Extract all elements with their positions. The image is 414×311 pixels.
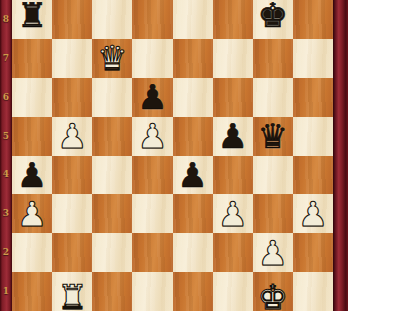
- square-g3[interactable]: [253, 194, 293, 233]
- piece-black-pawn-a4[interactable]: ♟: [17, 156, 47, 194]
- square-f4[interactable]: [213, 156, 253, 195]
- piece-white-rook-b1[interactable]: ♜: [57, 278, 87, 311]
- square-a5[interactable]: [12, 117, 52, 156]
- rank-label-6: 6: [0, 78, 12, 117]
- square-b7[interactable]: [52, 39, 92, 78]
- piece-white-king-g1[interactable]: ♚: [258, 278, 288, 311]
- piece-black-pawn-e4[interactable]: ♟: [177, 156, 207, 194]
- square-h7[interactable]: [293, 39, 333, 78]
- square-d1[interactable]: [132, 272, 172, 311]
- square-c2[interactable]: [92, 233, 132, 272]
- piece-white-queen-c7[interactable]: ♛: [97, 39, 127, 77]
- board-spine-edge: [333, 0, 348, 311]
- square-e8[interactable]: [173, 0, 213, 39]
- rank-label-3: 3: [0, 194, 12, 233]
- piece-white-pawn-f3[interactable]: ♟: [217, 195, 247, 233]
- piece-black-pawn-f5[interactable]: ♟: [217, 117, 247, 155]
- square-d7[interactable]: [132, 39, 172, 78]
- square-d4[interactable]: [132, 156, 172, 195]
- square-e2[interactable]: [173, 233, 213, 272]
- square-a4[interactable]: ♟: [12, 156, 52, 195]
- square-b6[interactable]: [52, 78, 92, 117]
- rank-label-5: 5: [0, 117, 12, 156]
- square-g7[interactable]: [253, 39, 293, 78]
- square-b4[interactable]: [52, 156, 92, 195]
- square-b1[interactable]: ♜: [52, 272, 92, 311]
- rank-label-8: 8: [0, 0, 12, 39]
- page: 87654321 ♜♚♛♟♟♟♟♛♟♟♟♟♟♟♜♚: [0, 0, 414, 311]
- square-e6[interactable]: [173, 78, 213, 117]
- right-whitespace: [348, 0, 414, 311]
- square-h6[interactable]: [293, 78, 333, 117]
- square-b3[interactable]: [52, 194, 92, 233]
- square-h2[interactable]: [293, 233, 333, 272]
- piece-white-pawn-g2[interactable]: ♟: [258, 234, 288, 272]
- piece-black-pawn-d6[interactable]: ♟: [137, 78, 167, 116]
- square-e1[interactable]: [173, 272, 213, 311]
- square-a8[interactable]: ♜: [12, 0, 52, 39]
- square-g6[interactable]: [253, 78, 293, 117]
- square-b5[interactable]: ♟: [52, 117, 92, 156]
- chess-board: 87654321 ♜♚♛♟♟♟♟♛♟♟♟♟♟♟♜♚: [0, 0, 348, 311]
- square-f6[interactable]: [213, 78, 253, 117]
- square-g5[interactable]: ♛: [253, 117, 293, 156]
- square-f3[interactable]: ♟: [213, 194, 253, 233]
- square-a7[interactable]: [12, 39, 52, 78]
- rank-label-1: 1: [0, 272, 12, 311]
- square-e4[interactable]: ♟: [173, 156, 213, 195]
- square-h5[interactable]: [293, 117, 333, 156]
- piece-white-pawn-b5[interactable]: ♟: [57, 117, 87, 155]
- board-grid: ♜♚♛♟♟♟♟♛♟♟♟♟♟♟♜♚: [12, 0, 333, 311]
- square-a1[interactable]: [12, 272, 52, 311]
- square-g8[interactable]: ♚: [253, 0, 293, 39]
- square-c4[interactable]: [92, 156, 132, 195]
- square-f1[interactable]: [213, 272, 253, 311]
- square-a2[interactable]: [12, 233, 52, 272]
- square-c1[interactable]: [92, 272, 132, 311]
- piece-black-rook-a8[interactable]: ♜: [17, 0, 47, 34]
- square-h3[interactable]: ♟: [293, 194, 333, 233]
- square-a3[interactable]: ♟: [12, 194, 52, 233]
- square-f2[interactable]: [213, 233, 253, 272]
- square-d8[interactable]: [132, 0, 172, 39]
- square-f7[interactable]: [213, 39, 253, 78]
- square-b8[interactable]: [52, 0, 92, 39]
- rank-label-4: 4: [0, 156, 12, 195]
- square-c7[interactable]: ♛: [92, 39, 132, 78]
- square-c5[interactable]: [92, 117, 132, 156]
- square-g4[interactable]: [253, 156, 293, 195]
- square-a6[interactable]: [12, 78, 52, 117]
- piece-white-pawn-a3[interactable]: ♟: [17, 195, 47, 233]
- square-d6[interactable]: ♟: [132, 78, 172, 117]
- square-c3[interactable]: [92, 194, 132, 233]
- square-f5[interactable]: ♟: [213, 117, 253, 156]
- square-d2[interactable]: [132, 233, 172, 272]
- square-d5[interactable]: ♟: [132, 117, 172, 156]
- square-e3[interactable]: [173, 194, 213, 233]
- rank-label-2: 2: [0, 233, 12, 272]
- square-d3[interactable]: [132, 194, 172, 233]
- square-e7[interactable]: [173, 39, 213, 78]
- square-b2[interactable]: [52, 233, 92, 272]
- rank-label-7: 7: [0, 39, 12, 78]
- square-f8[interactable]: [213, 0, 253, 39]
- square-h4[interactable]: [293, 156, 333, 195]
- square-g1[interactable]: ♚: [253, 272, 293, 311]
- square-c6[interactable]: [92, 78, 132, 117]
- piece-black-queen-g5[interactable]: ♛: [258, 117, 288, 155]
- square-e5[interactable]: [173, 117, 213, 156]
- square-g2[interactable]: ♟: [253, 233, 293, 272]
- square-h8[interactable]: [293, 0, 333, 39]
- square-c8[interactable]: [92, 0, 132, 39]
- rank-label-gutter: 87654321: [0, 0, 12, 311]
- piece-white-pawn-d5[interactable]: ♟: [137, 117, 167, 155]
- square-h1[interactable]: [293, 272, 333, 311]
- piece-white-pawn-h3[interactable]: ♟: [298, 195, 328, 233]
- piece-black-king-g8[interactable]: ♚: [258, 0, 288, 34]
